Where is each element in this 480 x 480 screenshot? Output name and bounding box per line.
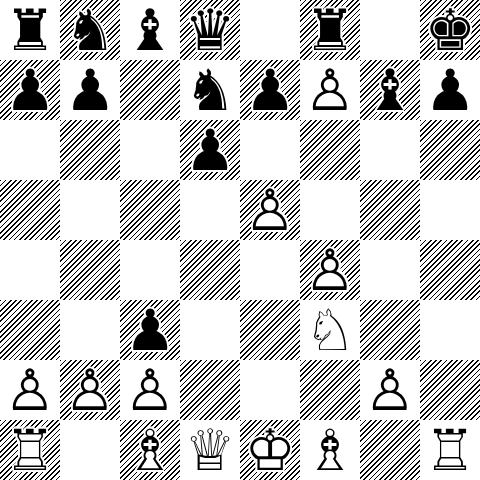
square-a1[interactable]: ♜♖	[0, 420, 60, 480]
piece-outline-layer: ♙	[240, 180, 300, 240]
white-king-e1: ♚♔	[240, 420, 300, 480]
square-e7[interactable]: ♟	[240, 60, 300, 120]
square-b7[interactable]: ♟	[60, 60, 120, 120]
square-g4[interactable]	[360, 240, 420, 300]
black-bishop-c8: ♝	[120, 0, 180, 60]
black-pawn-h7: ♟	[420, 60, 480, 120]
square-d2[interactable]	[180, 360, 240, 420]
square-f4[interactable]: ♟♙	[300, 240, 360, 300]
square-d5[interactable]	[180, 180, 240, 240]
square-d7[interactable]: ♞	[180, 60, 240, 120]
square-d3[interactable]	[180, 300, 240, 360]
chess-board: ♜♞♝♛♜♚♟♟♞♟♟♙♝♟♟♟♙♟♙♟♞♘♟♙♟♙♟♙♟♙♜♖♝♗♛♕♚♔♝♗…	[0, 0, 480, 480]
square-e4[interactable]	[240, 240, 300, 300]
white-pawn-f7: ♟♙	[300, 60, 360, 120]
square-f5[interactable]	[300, 180, 360, 240]
black-rook-f8: ♜	[300, 0, 360, 60]
piece-outline-layer: ♖	[420, 420, 480, 480]
square-h2[interactable]	[420, 360, 480, 420]
white-queen-d1: ♛♕	[180, 420, 240, 480]
square-c1[interactable]: ♝♗	[120, 420, 180, 480]
black-king-h8: ♚	[420, 0, 480, 60]
white-pawn-f4: ♟♙	[300, 240, 360, 300]
square-f3[interactable]: ♞♘	[300, 300, 360, 360]
square-h5[interactable]	[420, 180, 480, 240]
square-h6[interactable]	[420, 120, 480, 180]
square-a4[interactable]	[0, 240, 60, 300]
square-c3[interactable]: ♟	[120, 300, 180, 360]
white-bishop-c1: ♝♗	[120, 420, 180, 480]
white-pawn-b2: ♟♙	[60, 360, 120, 420]
square-d4[interactable]	[180, 240, 240, 300]
square-g2[interactable]: ♟♙	[360, 360, 420, 420]
white-pawn-a2: ♟♙	[0, 360, 60, 420]
square-g5[interactable]	[360, 180, 420, 240]
square-h8[interactable]: ♚	[420, 0, 480, 60]
piece-outline-layer: ♙	[60, 360, 120, 420]
square-c6[interactable]	[120, 120, 180, 180]
square-b3[interactable]	[60, 300, 120, 360]
square-g7[interactable]: ♝	[360, 60, 420, 120]
square-e2[interactable]	[240, 360, 300, 420]
white-rook-h1: ♜♖	[420, 420, 480, 480]
square-d1[interactable]: ♛♕	[180, 420, 240, 480]
white-rook-a1: ♜♖	[0, 420, 60, 480]
square-f6[interactable]	[300, 120, 360, 180]
square-g3[interactable]	[360, 300, 420, 360]
white-bishop-f1: ♝♗	[300, 420, 360, 480]
square-a7[interactable]: ♟	[0, 60, 60, 120]
black-bishop-g7: ♝	[360, 60, 420, 120]
square-f1[interactable]: ♝♗	[300, 420, 360, 480]
black-pawn-c3: ♟	[120, 300, 180, 360]
square-b5[interactable]	[60, 180, 120, 240]
square-g8[interactable]	[360, 0, 420, 60]
square-a5[interactable]	[0, 180, 60, 240]
black-pawn-a7: ♟	[0, 60, 60, 120]
square-b8[interactable]: ♞	[60, 0, 120, 60]
black-rook-a8: ♜	[0, 0, 60, 60]
black-queen-d8: ♛	[180, 0, 240, 60]
square-f8[interactable]: ♜	[300, 0, 360, 60]
square-h3[interactable]	[420, 300, 480, 360]
square-a6[interactable]	[0, 120, 60, 180]
square-h1[interactable]: ♜♖	[420, 420, 480, 480]
square-f2[interactable]	[300, 360, 360, 420]
square-g6[interactable]	[360, 120, 420, 180]
square-h7[interactable]: ♟	[420, 60, 480, 120]
square-d8[interactable]: ♛	[180, 0, 240, 60]
piece-outline-layer: ♗	[120, 420, 180, 480]
piece-outline-layer: ♙	[360, 360, 420, 420]
square-e5[interactable]: ♟♙	[240, 180, 300, 240]
black-knight-b8: ♞	[60, 0, 120, 60]
square-d6[interactable]: ♟	[180, 120, 240, 180]
square-c5[interactable]	[120, 180, 180, 240]
square-b6[interactable]	[60, 120, 120, 180]
square-c8[interactable]: ♝	[120, 0, 180, 60]
square-g1[interactable]	[360, 420, 420, 480]
black-pawn-d6: ♟	[180, 120, 240, 180]
square-b1[interactable]	[60, 420, 120, 480]
white-pawn-e5: ♟♙	[240, 180, 300, 240]
white-pawn-g2: ♟♙	[360, 360, 420, 420]
piece-outline-layer: ♘	[300, 300, 360, 360]
square-a8[interactable]: ♜	[0, 0, 60, 60]
black-knight-d7: ♞	[180, 60, 240, 120]
square-e3[interactable]	[240, 300, 300, 360]
piece-outline-layer: ♙	[0, 360, 60, 420]
black-pawn-e7: ♟	[240, 60, 300, 120]
square-e1[interactable]: ♚♔	[240, 420, 300, 480]
black-pawn-b7: ♟	[60, 60, 120, 120]
square-b2[interactable]: ♟♙	[60, 360, 120, 420]
white-knight-f3: ♞♘	[300, 300, 360, 360]
square-a3[interactable]	[0, 300, 60, 360]
square-c7[interactable]	[120, 60, 180, 120]
piece-outline-layer: ♙	[120, 360, 180, 420]
piece-outline-layer: ♙	[300, 60, 360, 120]
square-b4[interactable]	[60, 240, 120, 300]
square-e6[interactable]	[240, 120, 300, 180]
square-e8[interactable]	[240, 0, 300, 60]
piece-outline-layer: ♖	[0, 420, 60, 480]
square-c2[interactable]: ♟♙	[120, 360, 180, 420]
piece-outline-layer: ♔	[240, 420, 300, 480]
piece-outline-layer: ♙	[300, 240, 360, 300]
square-c4[interactable]	[120, 240, 180, 300]
square-h4[interactable]	[420, 240, 480, 300]
piece-outline-layer: ♕	[180, 420, 240, 480]
white-pawn-c2: ♟♙	[120, 360, 180, 420]
piece-outline-layer: ♗	[300, 420, 360, 480]
square-f7[interactable]: ♟♙	[300, 60, 360, 120]
square-a2[interactable]: ♟♙	[0, 360, 60, 420]
